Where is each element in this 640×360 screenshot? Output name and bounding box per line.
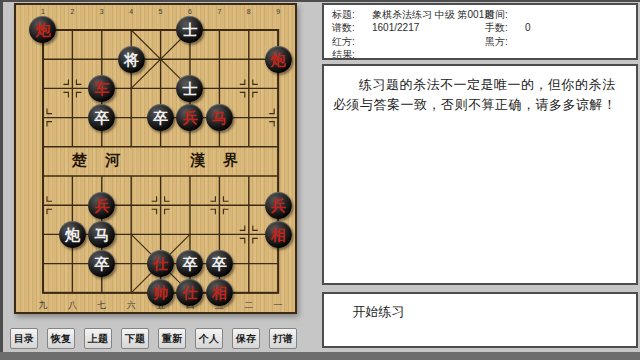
title-label: 标题: (332, 8, 364, 21)
board-cell: 兵 (263, 191, 292, 220)
board-cell: 炮 (58, 220, 87, 249)
piece-black-advisor[interactable]: 士 (176, 75, 203, 102)
piece-red-cannon[interactable]: 炮 (29, 16, 56, 43)
piece-red-horse[interactable]: 马 (206, 104, 233, 131)
start-practice-text: 开始练习 (324, 294, 636, 321)
piece-red-soldier[interactable]: 兵 (88, 192, 115, 219)
piece-black-soldier[interactable]: 卒 (147, 104, 174, 131)
window-edge-left (0, 0, 3, 360)
board-cell: 炮 (263, 45, 292, 74)
piece-red-general[interactable]: 帅 (147, 279, 174, 306)
board-cell: 兵 (87, 191, 116, 220)
move-count-label: 手数: (485, 21, 517, 34)
personal-button[interactable]: 个人 (195, 328, 223, 349)
piece-black-soldier[interactable]: 卒 (176, 250, 203, 277)
board-cell: 士 (175, 15, 204, 44)
piece-red-elephant[interactable]: 相 (206, 279, 233, 306)
board-cell: 马 (205, 103, 234, 132)
result-label: 结果: (332, 48, 364, 61)
pieces-layer: 炮炮车兵马兵兵相仕帅仕相士将士卒卒炮马卒卒卒 (28, 15, 293, 307)
board-cell: 相 (205, 278, 234, 307)
bottom-toolbar: 目录恢复上题下题重新个人保存打谱 (10, 328, 297, 349)
notation-button[interactable]: 打谱 (269, 328, 297, 349)
game-info-panel: 标题:象棋杀法练习 中级 第001题 谱数:1601/2217 红方: 结果: … (322, 3, 638, 60)
piece-black-soldier[interactable]: 卒 (88, 250, 115, 277)
start-practice-panel[interactable]: 开始练习 (322, 292, 638, 348)
xiangqi-board[interactable]: 123456789 九八七六五四三二一 楚河 漢界 炮炮车兵马兵兵相仕帅仕相士将… (14, 3, 297, 314)
piece-black-advisor[interactable]: 士 (176, 16, 203, 43)
info-column-left: 标题:象棋杀法练习 中级 第001题 谱数:1601/2217 红方: 结果: (332, 8, 494, 62)
hint-message-text: 练习题的杀法不一定是唯一的，但你的杀法必须与答案一致，否则不算正确，请多多谅解！ (324, 66, 636, 115)
board-cell: 帅 (146, 278, 175, 307)
next-problem-button[interactable]: 下题 (121, 328, 149, 349)
window-edge-top (0, 0, 640, 2)
hint-message-panel: 练习题的杀法不一定是唯一的，但你的杀法必须与答案一致，否则不算正确，请多多谅解！ (322, 64, 638, 285)
book-count-label: 谱数: (332, 21, 364, 34)
piece-black-soldier[interactable]: 卒 (88, 104, 115, 131)
board-cell: 士 (175, 74, 204, 103)
move-count-value: 0 (525, 22, 531, 33)
info-column-right: 时间: 手数:0 黑方: (485, 8, 531, 48)
board-cell: 卒 (175, 249, 204, 278)
piece-red-chariot[interactable]: 车 (88, 75, 115, 102)
board-cell: 车 (87, 74, 116, 103)
piece-black-soldier[interactable]: 卒 (206, 250, 233, 277)
piece-red-elephant[interactable]: 相 (265, 221, 292, 248)
board-cell: 仕 (146, 249, 175, 278)
window-edge-bottom (0, 352, 640, 360)
piece-black-horse[interactable]: 马 (88, 221, 115, 248)
board-cell: 将 (116, 45, 145, 74)
piece-red-soldier[interactable]: 兵 (265, 192, 292, 219)
piece-black-general[interactable]: 将 (118, 46, 145, 73)
board-cell: 卒 (205, 249, 234, 278)
board-cell: 马 (87, 220, 116, 249)
board-cell: 卒 (87, 103, 116, 132)
board-cell: 相 (263, 220, 292, 249)
red-player-label: 红方: (332, 35, 364, 48)
restore-button[interactable]: 恢复 (47, 328, 75, 349)
save-button[interactable]: 保存 (232, 328, 260, 349)
catalog-button[interactable]: 目录 (10, 328, 38, 349)
board-cell: 炮 (28, 15, 57, 44)
title-value: 象棋杀法练习 中级 第001题 (372, 9, 494, 20)
board-cell: 卒 (146, 103, 175, 132)
piece-red-cannon[interactable]: 炮 (265, 46, 292, 73)
board-cell: 兵 (175, 103, 204, 132)
restart-button[interactable]: 重新 (158, 328, 186, 349)
black-player-label: 黑方: (485, 35, 517, 48)
piece-red-advisor[interactable]: 仕 (176, 279, 203, 306)
piece-red-soldier[interactable]: 兵 (176, 104, 203, 131)
board-cell: 卒 (87, 249, 116, 278)
prev-problem-button[interactable]: 上题 (84, 328, 112, 349)
piece-red-advisor[interactable]: 仕 (147, 250, 174, 277)
board-cell: 仕 (175, 278, 204, 307)
time-label: 时间: (485, 8, 517, 21)
book-count-value: 1601/2217 (372, 22, 419, 33)
piece-black-cannon[interactable]: 炮 (59, 221, 86, 248)
